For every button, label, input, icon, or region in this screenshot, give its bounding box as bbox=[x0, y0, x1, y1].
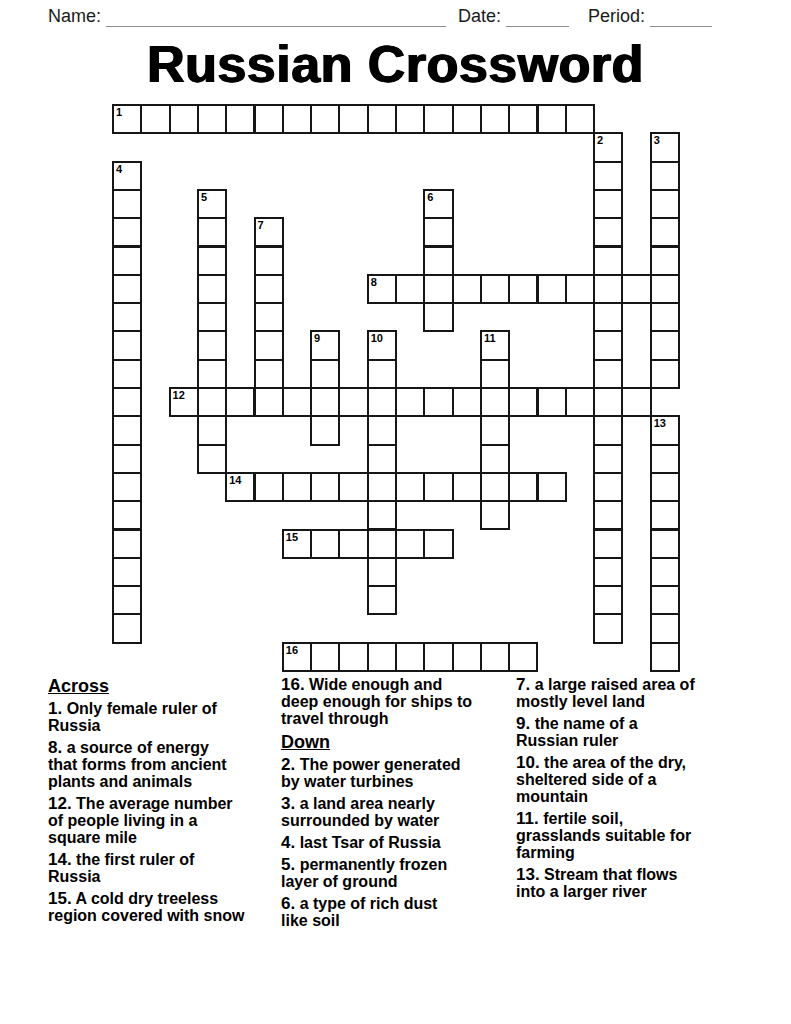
grid-cell-r11c7[interactable] bbox=[310, 415, 340, 445]
cell-number-4: 4 bbox=[116, 163, 122, 175]
grid-cell-r8c5[interactable] bbox=[254, 330, 284, 360]
grid-cell-r6c5[interactable] bbox=[254, 274, 284, 304]
clue-1: 1. Only female ruler of Russia bbox=[48, 700, 278, 734]
clue-column-2: 16. Wide enough and deep enough for ship… bbox=[281, 676, 515, 934]
grid-cell-r9c13[interactable] bbox=[480, 359, 510, 389]
grid-cell-r10c7[interactable] bbox=[310, 387, 340, 417]
grid-cell-r16c19[interactable] bbox=[650, 557, 680, 587]
grid-cell-r0c14[interactable] bbox=[508, 104, 538, 134]
period-blank-line bbox=[650, 9, 712, 27]
grid-cell-r0c5[interactable] bbox=[254, 104, 284, 134]
clue-number: 8. bbox=[48, 738, 62, 757]
grid-cell-r10c5[interactable] bbox=[254, 387, 284, 417]
grid-cell-r2c19[interactable] bbox=[650, 161, 680, 191]
name-label: Name: bbox=[48, 6, 101, 26]
period-field-group: Period: bbox=[588, 6, 712, 27]
grid-cell-r0c1[interactable] bbox=[140, 104, 170, 134]
grid-cell-r12c19[interactable] bbox=[650, 444, 680, 474]
grid-cell-r12c13[interactable] bbox=[480, 444, 510, 474]
grid-cell-r6c14[interactable] bbox=[508, 274, 538, 304]
cell-number-12: 12 bbox=[173, 389, 185, 401]
grid-cell-r6c11[interactable] bbox=[423, 274, 453, 304]
grid-cell-r13c5[interactable] bbox=[254, 472, 284, 502]
cell-number-15: 15 bbox=[286, 531, 298, 543]
grid-cell-r8c3[interactable] bbox=[197, 330, 227, 360]
clue-text: Wide enough and deep enough for ships to… bbox=[281, 676, 472, 727]
grid-cell-r5c3[interactable] bbox=[197, 246, 227, 276]
clue-number: 1. bbox=[48, 699, 62, 718]
grid-cell-r5c11[interactable] bbox=[423, 246, 453, 276]
cell-number-5: 5 bbox=[201, 191, 207, 203]
grid-cell-r10c8[interactable] bbox=[338, 387, 368, 417]
grid-cell-r14c9[interactable] bbox=[367, 500, 397, 530]
grid-cell-r8c19[interactable] bbox=[650, 330, 680, 360]
grid-cell-r19c10[interactable] bbox=[395, 642, 425, 672]
grid-cell-r11c13[interactable] bbox=[480, 415, 510, 445]
grid-cell-r0c8[interactable] bbox=[338, 104, 368, 134]
grid-cell-r10c13[interactable] bbox=[480, 387, 510, 417]
grid-cell-r13c0[interactable] bbox=[112, 472, 142, 502]
grid-cell-r10c17[interactable] bbox=[593, 387, 623, 417]
grid-cell-r15c17[interactable] bbox=[593, 529, 623, 559]
page-title: Russian Crossword bbox=[0, 34, 791, 94]
grid-cell-r13c6[interactable] bbox=[282, 472, 312, 502]
grid-cell-r3c0[interactable] bbox=[112, 189, 142, 219]
grid-cell-r3c3[interactable]: 5 bbox=[197, 189, 227, 219]
grid-cell-r9c9[interactable] bbox=[367, 359, 397, 389]
clue-text: the name of a Russian ruler bbox=[516, 715, 638, 749]
clue-text: A cold dry treeless region covered with … bbox=[48, 890, 244, 924]
grid-cell-r14c17[interactable] bbox=[593, 500, 623, 530]
grid-cell-r16c9[interactable] bbox=[367, 557, 397, 587]
grid-cell-r18c0[interactable] bbox=[112, 613, 142, 643]
grid-cell-r0c11[interactable] bbox=[423, 104, 453, 134]
grid-cell-r0c2[interactable] bbox=[169, 104, 199, 134]
clue-text: a land area nearly surrounded by water bbox=[281, 795, 439, 829]
grid-cell-r11c19[interactable]: 13 bbox=[650, 415, 680, 445]
grid-cell-r10c14[interactable] bbox=[508, 387, 538, 417]
grid-cell-r6c9[interactable]: 8 bbox=[367, 274, 397, 304]
clue-text: The power generated by water turbines bbox=[281, 756, 461, 790]
name-field-group: Name: bbox=[48, 6, 446, 27]
grid-cell-r7c19[interactable] bbox=[650, 302, 680, 332]
grid-cell-r14c19[interactable] bbox=[650, 500, 680, 530]
grid-cell-r18c19[interactable] bbox=[650, 613, 680, 643]
grid-cell-r15c0[interactable] bbox=[112, 529, 142, 559]
clue-10: 10. the area of the dry, sheltered side … bbox=[516, 754, 754, 805]
grid-cell-r13c14[interactable] bbox=[508, 472, 538, 502]
grid-cell-r10c10[interactable] bbox=[395, 387, 425, 417]
worksheet-page: Name: Date: Period: Russian Crossword 12… bbox=[0, 0, 791, 1024]
clue-number: 3. bbox=[281, 794, 295, 813]
grid-cell-r10c2[interactable]: 12 bbox=[169, 387, 199, 417]
grid-cell-r15c8[interactable] bbox=[338, 529, 368, 559]
grid-cell-r15c19[interactable] bbox=[650, 529, 680, 559]
grid-cell-r13c17[interactable] bbox=[593, 472, 623, 502]
period-label: Period: bbox=[588, 6, 645, 26]
clue-text: a large raised area of mostly level land bbox=[516, 676, 695, 710]
grid-cell-r0c13[interactable] bbox=[480, 104, 510, 134]
grid-cell-r19c12[interactable] bbox=[452, 642, 482, 672]
grid-cell-r12c9[interactable] bbox=[367, 444, 397, 474]
clue-11: 11. fertile soil, grasslands suitable fo… bbox=[516, 810, 754, 861]
clue-3: 3. a land area nearly surrounded by wate… bbox=[281, 795, 515, 829]
name-blank-line bbox=[106, 9, 446, 27]
grid-cell-r1c17[interactable]: 2 bbox=[593, 132, 623, 162]
clue-number: 4. bbox=[281, 833, 295, 852]
cell-number-9: 9 bbox=[314, 332, 320, 344]
grid-cell-r5c17[interactable] bbox=[593, 246, 623, 276]
grid-cell-r13c7[interactable] bbox=[310, 472, 340, 502]
grid-cell-r0c3[interactable] bbox=[197, 104, 227, 134]
grid-cell-r18c17[interactable] bbox=[593, 613, 623, 643]
grid-cell-r16c17[interactable] bbox=[593, 557, 623, 587]
grid-cell-r4c3[interactable] bbox=[197, 217, 227, 247]
grid-cell-r15c11[interactable] bbox=[423, 529, 453, 559]
clues-heading-down: Down bbox=[281, 732, 515, 752]
grid-cell-r5c5[interactable] bbox=[254, 246, 284, 276]
grid-cell-r10c9[interactable] bbox=[367, 387, 397, 417]
clue-text: last Tsar of Russia bbox=[295, 834, 441, 851]
clue-number: 9. bbox=[516, 714, 530, 733]
grid-cell-r8c13[interactable]: 11 bbox=[480, 330, 510, 360]
grid-cell-r11c17[interactable] bbox=[593, 415, 623, 445]
clue-text: a type of rich dust like soil bbox=[281, 895, 437, 929]
grid-cell-r10c12[interactable] bbox=[452, 387, 482, 417]
grid-cell-r9c3[interactable] bbox=[197, 359, 227, 389]
grid-cell-r6c18[interactable] bbox=[621, 274, 651, 304]
grid-cell-r13c12[interactable] bbox=[452, 472, 482, 502]
grid-cell-r0c15[interactable] bbox=[537, 104, 567, 134]
grid-cell-r13c13[interactable] bbox=[480, 472, 510, 502]
grid-cell-r11c0[interactable] bbox=[112, 415, 142, 445]
clue-9: 9. the name of a Russian ruler bbox=[516, 715, 754, 749]
clue-16: 16. Wide enough and deep enough for ship… bbox=[281, 676, 515, 727]
grid-cell-r0c9[interactable] bbox=[367, 104, 397, 134]
clue-13: 13. Stream that flows into a larger rive… bbox=[516, 866, 754, 900]
clue-4: 4. last Tsar of Russia bbox=[281, 834, 515, 851]
cell-number-1: 1 bbox=[116, 106, 122, 118]
date-label: Date: bbox=[458, 6, 501, 26]
clues-heading-across: Across bbox=[48, 676, 278, 696]
cell-number-16: 16 bbox=[286, 644, 298, 656]
grid-cell-r7c5[interactable] bbox=[254, 302, 284, 332]
clue-text: the area of the dry, sheltered side of a… bbox=[516, 754, 686, 805]
grid-cell-r7c17[interactable] bbox=[593, 302, 623, 332]
clue-text: a source of energy that forms from ancie… bbox=[48, 739, 227, 790]
clue-number: 12. bbox=[48, 794, 72, 813]
clue-6: 6. a type of rich dust like soil bbox=[281, 895, 515, 929]
grid-cell-r8c9[interactable]: 10 bbox=[367, 330, 397, 360]
grid-cell-r5c19[interactable] bbox=[650, 246, 680, 276]
clue-text: fertile soil, grasslands suitable for fa… bbox=[516, 810, 691, 861]
clue-number: 2. bbox=[281, 755, 295, 774]
grid-cell-r10c4[interactable] bbox=[225, 387, 255, 417]
grid-cell-r19c13[interactable] bbox=[480, 642, 510, 672]
clue-number: 11. bbox=[516, 809, 539, 828]
grid-cell-r7c3[interactable] bbox=[197, 302, 227, 332]
grid-cell-r19c8[interactable] bbox=[338, 642, 368, 672]
grid-cell-r8c0[interactable] bbox=[112, 330, 142, 360]
grid-cell-r6c19[interactable] bbox=[650, 274, 680, 304]
cell-number-13: 13 bbox=[654, 417, 666, 429]
grid-cell-r10c0[interactable] bbox=[112, 387, 142, 417]
grid-cell-r6c16[interactable] bbox=[565, 274, 595, 304]
grid-cell-r6c15[interactable] bbox=[537, 274, 567, 304]
grid-cell-r17c9[interactable] bbox=[367, 585, 397, 615]
grid-cell-r13c19[interactable] bbox=[650, 472, 680, 502]
date-field-group: Date: bbox=[458, 6, 569, 27]
grid-cell-r2c17[interactable] bbox=[593, 161, 623, 191]
grid-cell-r0c7[interactable] bbox=[310, 104, 340, 134]
clue-12: 12. The average number of people living … bbox=[48, 795, 278, 846]
cell-number-8: 8 bbox=[371, 276, 377, 288]
grid-cell-r9c0[interactable] bbox=[112, 359, 142, 389]
grid-cell-r6c0[interactable] bbox=[112, 274, 142, 304]
grid-cell-r4c5[interactable]: 7 bbox=[254, 217, 284, 247]
clue-number: 15. bbox=[48, 889, 72, 908]
grid-cell-r8c17[interactable] bbox=[593, 330, 623, 360]
grid-cell-r0c16[interactable] bbox=[565, 104, 595, 134]
grid-cell-r0c0[interactable]: 1 bbox=[112, 104, 142, 134]
cell-number-2: 2 bbox=[597, 134, 603, 146]
grid-cell-r13c4[interactable]: 14 bbox=[225, 472, 255, 502]
grid-cell-r2c0[interactable]: 4 bbox=[112, 161, 142, 191]
grid-cell-r7c0[interactable] bbox=[112, 302, 142, 332]
grid-cell-r15c10[interactable] bbox=[395, 529, 425, 559]
grid-cell-r17c17[interactable] bbox=[593, 585, 623, 615]
grid-cell-r9c5[interactable] bbox=[254, 359, 284, 389]
grid-cell-r15c7[interactable] bbox=[310, 529, 340, 559]
grid-cell-r19c9[interactable] bbox=[367, 642, 397, 672]
grid-cell-r12c17[interactable] bbox=[593, 444, 623, 474]
clue-8: 8. a source of energy that forms from an… bbox=[48, 739, 278, 790]
clue-7: 7. a large raised area of mostly level l… bbox=[516, 676, 754, 710]
grid-cell-r3c17[interactable] bbox=[593, 189, 623, 219]
clue-number: 6. bbox=[281, 894, 295, 913]
grid-cell-r9c17[interactable] bbox=[593, 359, 623, 389]
grid-cell-r12c0[interactable] bbox=[112, 444, 142, 474]
grid-cell-r14c13[interactable] bbox=[480, 500, 510, 530]
clue-text: Stream that flows into a larger river bbox=[516, 866, 677, 900]
clue-5: 5. permanently frozen layer of ground bbox=[281, 856, 515, 890]
grid-cell-r17c0[interactable] bbox=[112, 585, 142, 615]
grid-cell-r10c15[interactable] bbox=[537, 387, 567, 417]
crossword-grid: 12345678910111213141516 bbox=[113, 105, 679, 671]
clue-column-1: Across1. Only female ruler of Russia8. a… bbox=[48, 676, 278, 929]
cell-number-14: 14 bbox=[229, 474, 241, 486]
clue-14: 14. the first ruler of Russia bbox=[48, 851, 278, 885]
clue-text: permanently frozen layer of ground bbox=[281, 856, 447, 890]
grid-cell-r1c19[interactable]: 3 bbox=[650, 132, 680, 162]
date-blank-line bbox=[506, 9, 569, 27]
grid-cell-r13c8[interactable] bbox=[338, 472, 368, 502]
clue-text: Only female ruler of Russia bbox=[48, 700, 217, 734]
grid-cell-r10c11[interactable] bbox=[423, 387, 453, 417]
clue-number: 5. bbox=[281, 855, 295, 874]
clue-number: 7. bbox=[516, 675, 530, 694]
grid-cell-r19c19[interactable] bbox=[650, 642, 680, 672]
grid-cell-r11c9[interactable] bbox=[367, 415, 397, 445]
grid-cell-r0c6[interactable] bbox=[282, 104, 312, 134]
clue-2: 2. The power generated by water turbines bbox=[281, 756, 515, 790]
grid-cell-r6c10[interactable] bbox=[395, 274, 425, 304]
grid-cell-r4c11[interactable] bbox=[423, 217, 453, 247]
cell-number-10: 10 bbox=[371, 332, 383, 344]
clue-number: 16. bbox=[281, 675, 305, 694]
cell-number-3: 3 bbox=[654, 134, 660, 146]
grid-cell-r13c15[interactable] bbox=[537, 472, 567, 502]
grid-cell-r15c9[interactable] bbox=[367, 529, 397, 559]
grid-cell-r0c4[interactable] bbox=[225, 104, 255, 134]
clue-number: 13. bbox=[516, 865, 540, 884]
clue-text: The average number of people living in a… bbox=[48, 795, 233, 846]
grid-cell-r19c11[interactable] bbox=[423, 642, 453, 672]
grid-cell-r9c19[interactable] bbox=[650, 359, 680, 389]
grid-cell-r11c3[interactable] bbox=[197, 415, 227, 445]
grid-cell-r10c18[interactable] bbox=[621, 387, 651, 417]
grid-cell-r13c9[interactable] bbox=[367, 472, 397, 502]
grid-cell-r15c6[interactable]: 15 bbox=[282, 529, 312, 559]
grid-cell-r17c19[interactable] bbox=[650, 585, 680, 615]
grid-cell-r14c0[interactable] bbox=[112, 500, 142, 530]
grid-cell-r10c6[interactable] bbox=[282, 387, 312, 417]
clue-number: 14. bbox=[48, 850, 72, 869]
grid-cell-r5c0[interactable] bbox=[112, 246, 142, 276]
grid-cell-r19c6[interactable]: 16 bbox=[282, 642, 312, 672]
grid-cell-r6c12[interactable] bbox=[452, 274, 482, 304]
cell-number-6: 6 bbox=[427, 191, 433, 203]
grid-cell-r4c17[interactable] bbox=[593, 217, 623, 247]
grid-cell-r9c7[interactable] bbox=[310, 359, 340, 389]
grid-cell-r13c10[interactable] bbox=[395, 472, 425, 502]
grid-cell-r19c7[interactable] bbox=[310, 642, 340, 672]
grid-cell-r19c14[interactable] bbox=[508, 642, 538, 672]
grid-cell-r6c13[interactable] bbox=[480, 274, 510, 304]
clue-column-3: 7. a large raised area of mostly level l… bbox=[516, 676, 754, 905]
grid-cell-r13c11[interactable] bbox=[423, 472, 453, 502]
cell-number-7: 7 bbox=[258, 219, 264, 231]
grid-cell-r4c0[interactable] bbox=[112, 217, 142, 247]
grid-cell-r6c17[interactable] bbox=[593, 274, 623, 304]
grid-cell-r3c11[interactable]: 6 bbox=[423, 189, 453, 219]
grid-cell-r7c11[interactable] bbox=[423, 302, 453, 332]
cell-number-11: 11 bbox=[484, 332, 496, 344]
grid-cell-r10c16[interactable] bbox=[565, 387, 595, 417]
grid-cell-r0c12[interactable] bbox=[452, 104, 482, 134]
grid-cell-r6c3[interactable] bbox=[197, 274, 227, 304]
clue-number: 10. bbox=[516, 753, 540, 772]
grid-cell-r12c3[interactable] bbox=[197, 444, 227, 474]
grid-cell-r16c0[interactable] bbox=[112, 557, 142, 587]
grid-cell-r4c19[interactable] bbox=[650, 217, 680, 247]
clue-15: 15. A cold dry treeless region covered w… bbox=[48, 890, 278, 924]
grid-cell-r0c10[interactable] bbox=[395, 104, 425, 134]
grid-cell-r3c19[interactable] bbox=[650, 189, 680, 219]
grid-cell-r8c7[interactable]: 9 bbox=[310, 330, 340, 360]
grid-cell-r10c3[interactable] bbox=[197, 387, 227, 417]
